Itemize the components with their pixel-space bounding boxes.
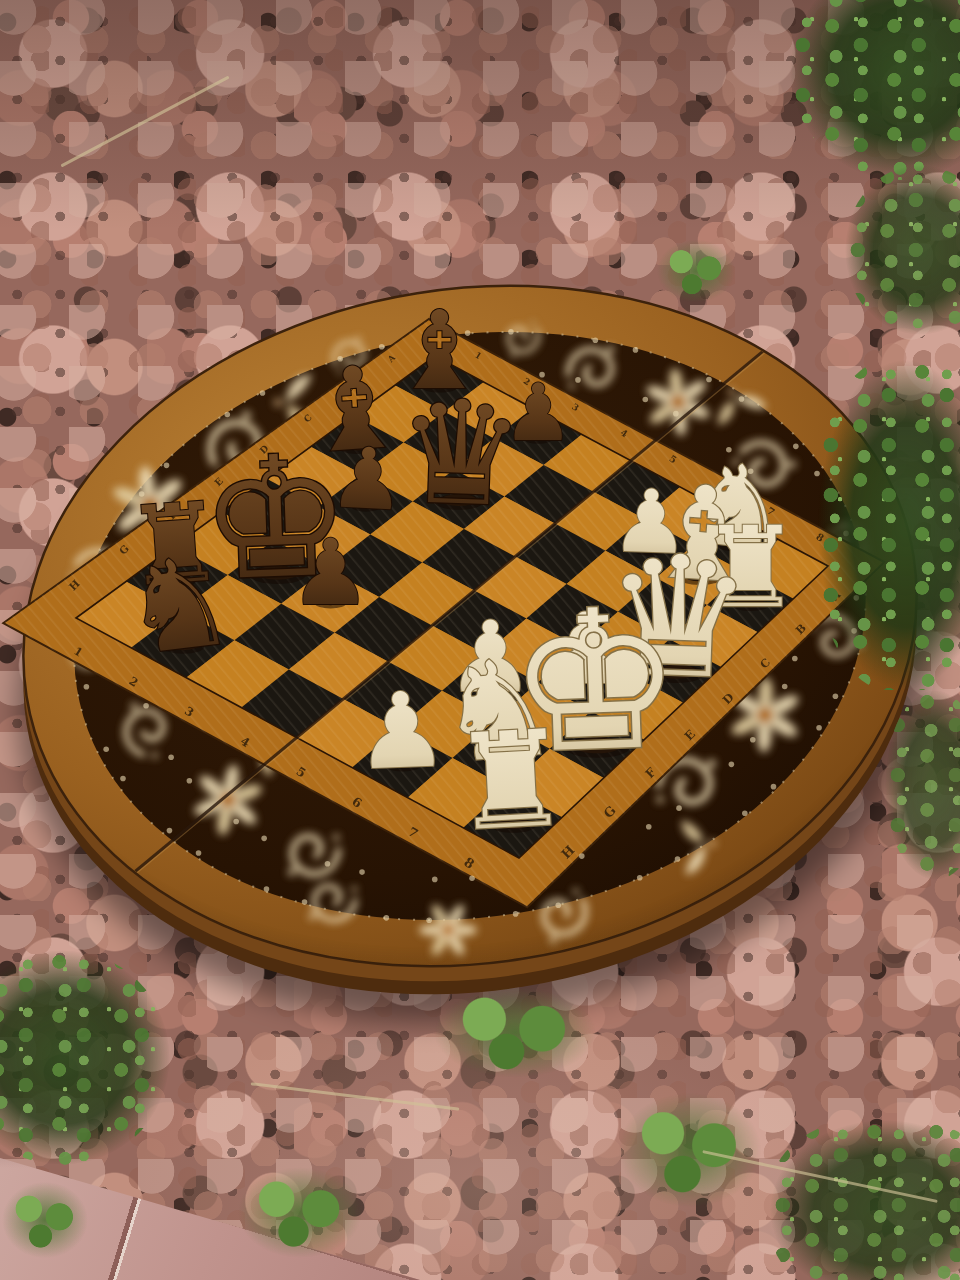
piece-glyph-knight: ♞ [114,527,242,683]
chess-board-photo: 11AA22BB33CC44DD55EE66FF77GG88HH ♝♟♝♛♟♞♟… [0,0,960,1280]
piece-black-pawn-f3: ♟ [290,520,372,625]
piece-glyph-queen: ♛ [394,368,528,539]
piece-white-rook-h8: ♜ [448,701,574,861]
piece-black-queen-c3: ♛ [394,368,528,539]
piece-glyph-rook: ♜ [448,701,574,861]
outdoor-chess-photo: { "game": "chess", "scene": { "setting":… [0,0,960,1280]
piece-glyph-pawn: ♟ [353,668,450,793]
piece-glyph-pawn: ♟ [290,520,372,625]
piece-black-knight-h2: ♞ [114,527,242,683]
piece-white-pawn-h6: ♟ [353,668,450,793]
